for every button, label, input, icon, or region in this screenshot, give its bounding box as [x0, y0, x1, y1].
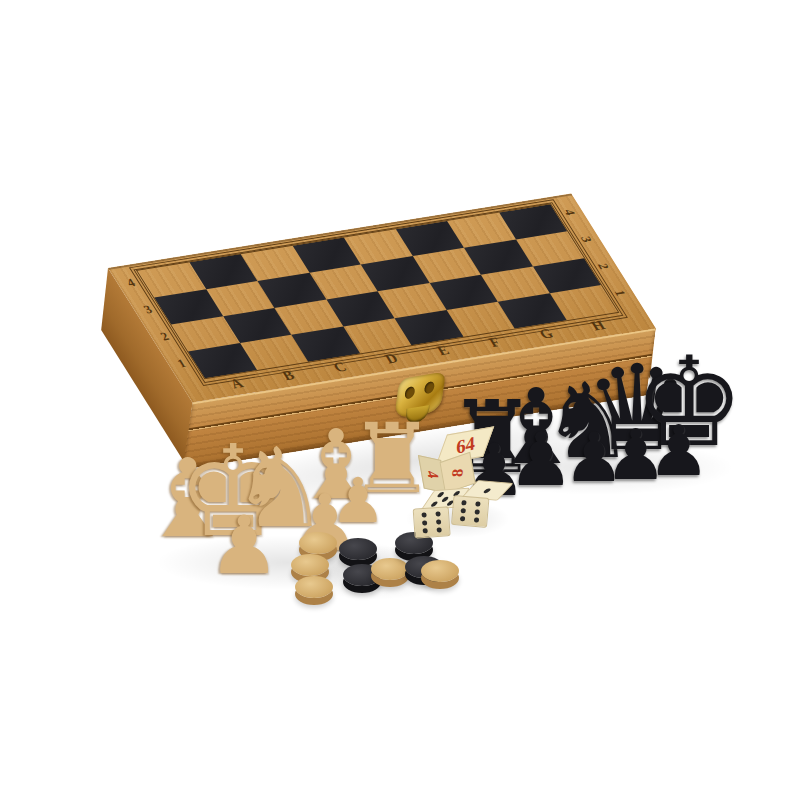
checker-piece-light [295, 576, 333, 598]
rank-label-right-2: 2 [591, 258, 615, 274]
light-pawn: ♟ [208, 508, 280, 584]
file-label-F: F [486, 335, 504, 351]
die-pip [483, 488, 492, 493]
die-pip [435, 511, 440, 516]
light-pawn: ♟ [330, 472, 386, 531]
file-label-D: D [382, 351, 401, 367]
die-pip [436, 519, 441, 524]
file-label-B: B [279, 368, 298, 384]
die-pip [461, 508, 466, 513]
die-front-face-6-pips [413, 506, 451, 538]
rank-label-left-4: 4 [119, 275, 143, 291]
die-pip [460, 516, 465, 521]
checker-piece-light [291, 554, 329, 576]
checker-piece-dark [339, 538, 377, 560]
doubling-cube-right-value: 8 [448, 469, 466, 477]
checker-piece-light [371, 558, 409, 580]
die-pip [474, 509, 479, 514]
file-label-G: G [536, 326, 556, 342]
die-pip [430, 501, 439, 507]
die-pip [422, 520, 427, 525]
die-front-face-6-pips [451, 495, 489, 528]
checker-piece-light [299, 532, 337, 554]
dark-pawn: ♟ [648, 418, 711, 485]
file-label-E: E [434, 343, 453, 359]
rank-label-left-1: 1 [170, 356, 194, 372]
die-pip [422, 512, 427, 517]
file-label-C: C [330, 359, 349, 375]
die-2 [451, 478, 503, 528]
checker-piece-light [421, 560, 459, 582]
file-label-A: A [227, 376, 246, 392]
rank-label-left-2: 2 [153, 329, 177, 345]
die-pip [461, 500, 466, 505]
rank-label-right-3: 3 [574, 231, 598, 247]
die-pip [423, 529, 428, 534]
rank-label-right-4: 4 [557, 204, 581, 220]
die-pip [474, 518, 479, 523]
doubling-cube-left-value: 4 [423, 470, 443, 478]
rank-label-right-1: 1 [608, 285, 632, 301]
file-label-H: H [588, 318, 608, 334]
die-pip [436, 528, 441, 533]
rank-label-left-3: 3 [136, 302, 160, 318]
product-photo-chess-set: ABCDEFGH43214321 ♝♚♞♝♜♟♟♟♜♝♞♛♚♟♟♟♟♟ 64 4… [0, 0, 800, 800]
die-pip [475, 501, 480, 506]
